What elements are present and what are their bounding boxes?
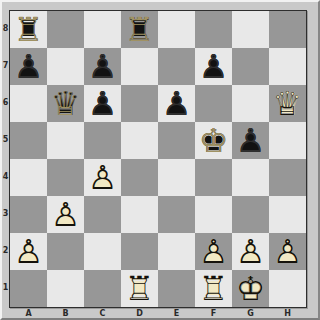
piece-black-pawn: ♟♙	[84, 85, 121, 122]
piece-white-queen: ♛♕	[269, 85, 306, 122]
square-f7[interactable]: ♟♙	[195, 48, 232, 85]
square-g6[interactable]	[232, 85, 269, 122]
square-d2[interactable]	[121, 233, 158, 270]
piece-black-rook: ♜♖	[121, 11, 158, 48]
square-c6[interactable]: ♟♙	[84, 85, 121, 122]
square-b3[interactable]: ♟♙	[47, 196, 84, 233]
square-h1[interactable]	[269, 270, 306, 307]
file-label-a: A	[10, 309, 47, 318]
piece-white-king: ♚♔	[232, 270, 269, 307]
square-d5[interactable]	[121, 122, 158, 159]
square-g1[interactable]: ♚♔	[232, 270, 269, 307]
square-d4[interactable]	[121, 159, 158, 196]
rank-label-4: 4	[2, 172, 9, 181]
square-c7[interactable]: ♟♙	[84, 48, 121, 85]
square-f4[interactable]	[195, 159, 232, 196]
square-h6[interactable]: ♛♕	[269, 85, 306, 122]
file-label-h: H	[269, 309, 306, 318]
square-e3[interactable]	[158, 196, 195, 233]
square-b4[interactable]	[47, 159, 84, 196]
rank-label-5: 5	[2, 135, 9, 144]
square-h7[interactable]	[269, 48, 306, 85]
piece-black-pawn: ♟♙	[84, 48, 121, 85]
square-h5[interactable]	[269, 122, 306, 159]
file-label-c: C	[84, 309, 121, 318]
piece-black-pawn: ♟♙	[158, 85, 195, 122]
square-e5[interactable]	[158, 122, 195, 159]
square-h4[interactable]	[269, 159, 306, 196]
rank-label-1: 1	[2, 283, 9, 292]
square-a2[interactable]: ♟♙	[10, 233, 47, 270]
file-label-e: E	[158, 309, 195, 318]
piece-black-rook: ♜♖	[10, 11, 47, 48]
chessboard-frame: ♜♖♜♖♟♙♟♙♟♙♛♕♟♙♟♙♛♕♚♔♟♙♟♙♟♙♟♙♟♙♟♙♟♙♜♖♜♖♚♔…	[0, 0, 320, 320]
piece-white-pawn: ♟♙	[84, 159, 121, 196]
piece-white-pawn: ♟♙	[269, 233, 306, 270]
square-e4[interactable]	[158, 159, 195, 196]
square-f5[interactable]: ♚♔	[195, 122, 232, 159]
square-a1[interactable]	[10, 270, 47, 307]
square-a6[interactable]	[10, 85, 47, 122]
file-label-f: F	[195, 309, 232, 318]
square-d8[interactable]: ♜♖	[121, 11, 158, 48]
square-c4[interactable]: ♟♙	[84, 159, 121, 196]
square-a8[interactable]: ♜♖	[10, 11, 47, 48]
piece-white-pawn: ♟♙	[195, 233, 232, 270]
square-c8[interactable]	[84, 11, 121, 48]
square-f1[interactable]: ♜♖	[195, 270, 232, 307]
square-h3[interactable]	[269, 196, 306, 233]
square-c2[interactable]	[84, 233, 121, 270]
square-g8[interactable]	[232, 11, 269, 48]
file-label-g: G	[232, 309, 269, 318]
rank-label-8: 8	[2, 24, 9, 33]
square-b8[interactable]	[47, 11, 84, 48]
rank-label-3: 3	[2, 209, 9, 218]
file-label-d: D	[121, 309, 158, 318]
rank-label-6: 6	[2, 98, 9, 107]
square-a4[interactable]	[10, 159, 47, 196]
square-e2[interactable]	[158, 233, 195, 270]
piece-black-pawn: ♟♙	[10, 48, 47, 85]
square-g4[interactable]	[232, 159, 269, 196]
file-label-b: B	[47, 309, 84, 318]
square-g2[interactable]: ♟♙	[232, 233, 269, 270]
piece-white-pawn: ♟♙	[47, 196, 84, 233]
square-c5[interactable]	[84, 122, 121, 159]
square-b1[interactable]	[47, 270, 84, 307]
square-b2[interactable]	[47, 233, 84, 270]
rank-label-7: 7	[2, 61, 9, 70]
square-b5[interactable]	[47, 122, 84, 159]
piece-white-pawn: ♟♙	[232, 233, 269, 270]
square-f2[interactable]: ♟♙	[195, 233, 232, 270]
piece-black-pawn: ♟♙	[232, 122, 269, 159]
piece-black-queen: ♛♕	[47, 85, 84, 122]
square-e7[interactable]	[158, 48, 195, 85]
square-f8[interactable]	[195, 11, 232, 48]
square-h8[interactable]	[269, 11, 306, 48]
piece-black-king: ♚♔	[195, 122, 232, 159]
square-f3[interactable]	[195, 196, 232, 233]
square-d7[interactable]	[121, 48, 158, 85]
chess-board: ♜♖♜♖♟♙♟♙♟♙♛♕♟♙♟♙♛♕♚♔♟♙♟♙♟♙♟♙♟♙♟♙♟♙♜♖♜♖♚♔	[9, 10, 307, 308]
piece-white-rook: ♜♖	[121, 270, 158, 307]
square-a5[interactable]	[10, 122, 47, 159]
square-d6[interactable]	[121, 85, 158, 122]
square-a3[interactable]	[10, 196, 47, 233]
square-f6[interactable]	[195, 85, 232, 122]
rank-label-2: 2	[2, 246, 9, 255]
square-h2[interactable]: ♟♙	[269, 233, 306, 270]
square-e8[interactable]	[158, 11, 195, 48]
square-e6[interactable]: ♟♙	[158, 85, 195, 122]
square-b6[interactable]: ♛♕	[47, 85, 84, 122]
square-b7[interactable]	[47, 48, 84, 85]
piece-white-pawn: ♟♙	[10, 233, 47, 270]
square-e1[interactable]	[158, 270, 195, 307]
square-g7[interactable]	[232, 48, 269, 85]
square-g5[interactable]: ♟♙	[232, 122, 269, 159]
square-g3[interactable]	[232, 196, 269, 233]
square-c1[interactable]	[84, 270, 121, 307]
square-c3[interactable]	[84, 196, 121, 233]
square-a7[interactable]: ♟♙	[10, 48, 47, 85]
square-d3[interactable]	[121, 196, 158, 233]
piece-black-pawn: ♟♙	[195, 48, 232, 85]
piece-white-rook: ♜♖	[195, 270, 232, 307]
square-d1[interactable]: ♜♖	[121, 270, 158, 307]
